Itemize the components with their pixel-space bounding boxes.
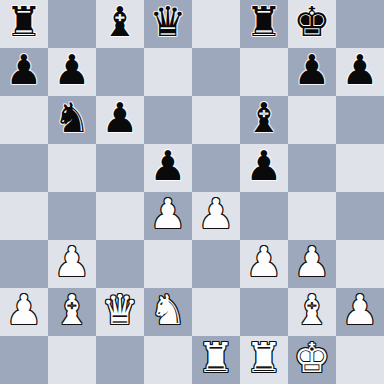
square-b3[interactable]: ♟ — [48, 240, 96, 288]
white-king[interactable]: ♚ — [294, 336, 331, 382]
square-a8[interactable]: ♜ — [0, 0, 48, 48]
square-b4[interactable] — [48, 192, 96, 240]
square-b2[interactable]: ♝ — [48, 288, 96, 336]
square-d2[interactable]: ♞ — [144, 288, 192, 336]
square-d8[interactable]: ♛ — [144, 0, 192, 48]
square-c1[interactable] — [96, 336, 144, 384]
black-pawn[interactable]: ♟ — [54, 48, 91, 94]
white-queen[interactable]: ♛ — [102, 288, 139, 334]
square-f6[interactable]: ♝ — [240, 96, 288, 144]
white-bishop[interactable]: ♝ — [294, 288, 331, 334]
white-bishop[interactable]: ♝ — [54, 288, 91, 334]
square-e7[interactable] — [192, 48, 240, 96]
square-h5[interactable] — [336, 144, 384, 192]
chess-board: ♜♝♛♜♚♟♟♟♟♞♟♝♟♟♟♟♟♟♟♟♝♛♞♝♟♜♜♚ — [0, 0, 384, 384]
square-g2[interactable]: ♝ — [288, 288, 336, 336]
square-f8[interactable]: ♜ — [240, 0, 288, 48]
black-rook[interactable]: ♜ — [246, 0, 283, 46]
square-d5[interactable]: ♟ — [144, 144, 192, 192]
black-pawn[interactable]: ♟ — [150, 144, 187, 190]
white-pawn[interactable]: ♟ — [342, 288, 379, 334]
square-d3[interactable] — [144, 240, 192, 288]
square-e8[interactable] — [192, 0, 240, 48]
square-b8[interactable] — [48, 0, 96, 48]
square-a6[interactable] — [0, 96, 48, 144]
black-king[interactable]: ♚ — [294, 0, 331, 46]
white-knight[interactable]: ♞ — [150, 288, 187, 334]
square-d7[interactable] — [144, 48, 192, 96]
square-d6[interactable] — [144, 96, 192, 144]
square-c7[interactable] — [96, 48, 144, 96]
square-g3[interactable]: ♟ — [288, 240, 336, 288]
square-g6[interactable] — [288, 96, 336, 144]
square-f2[interactable] — [240, 288, 288, 336]
square-a7[interactable]: ♟ — [0, 48, 48, 96]
square-e6[interactable] — [192, 96, 240, 144]
square-f4[interactable] — [240, 192, 288, 240]
square-b5[interactable] — [48, 144, 96, 192]
square-e3[interactable] — [192, 240, 240, 288]
square-e2[interactable] — [192, 288, 240, 336]
square-h4[interactable] — [336, 192, 384, 240]
white-rook[interactable]: ♜ — [246, 336, 283, 382]
white-pawn[interactable]: ♟ — [294, 240, 331, 286]
square-b1[interactable] — [48, 336, 96, 384]
square-d1[interactable] — [144, 336, 192, 384]
white-pawn[interactable]: ♟ — [246, 240, 283, 286]
white-rook[interactable]: ♜ — [198, 336, 235, 382]
square-a1[interactable] — [0, 336, 48, 384]
square-c6[interactable]: ♟ — [96, 96, 144, 144]
black-pawn[interactable]: ♟ — [6, 48, 43, 94]
square-e4[interactable]: ♟ — [192, 192, 240, 240]
white-pawn[interactable]: ♟ — [150, 192, 187, 238]
square-c8[interactable]: ♝ — [96, 0, 144, 48]
square-f7[interactable] — [240, 48, 288, 96]
square-c4[interactable] — [96, 192, 144, 240]
square-g8[interactable]: ♚ — [288, 0, 336, 48]
square-a5[interactable] — [0, 144, 48, 192]
black-knight[interactable]: ♞ — [54, 96, 91, 142]
black-pawn[interactable]: ♟ — [102, 96, 139, 142]
square-h2[interactable]: ♟ — [336, 288, 384, 336]
black-bishop[interactable]: ♝ — [102, 0, 139, 46]
black-queen[interactable]: ♛ — [150, 0, 187, 46]
square-h8[interactable] — [336, 0, 384, 48]
square-c5[interactable] — [96, 144, 144, 192]
black-pawn[interactable]: ♟ — [342, 48, 379, 94]
black-rook[interactable]: ♜ — [6, 0, 43, 46]
square-c2[interactable]: ♛ — [96, 288, 144, 336]
square-g1[interactable]: ♚ — [288, 336, 336, 384]
square-b7[interactable]: ♟ — [48, 48, 96, 96]
black-pawn[interactable]: ♟ — [294, 48, 331, 94]
square-e1[interactable]: ♜ — [192, 336, 240, 384]
square-h1[interactable] — [336, 336, 384, 384]
square-b6[interactable]: ♞ — [48, 96, 96, 144]
square-g4[interactable] — [288, 192, 336, 240]
square-f5[interactable]: ♟ — [240, 144, 288, 192]
square-f1[interactable]: ♜ — [240, 336, 288, 384]
square-a4[interactable] — [0, 192, 48, 240]
square-f3[interactable]: ♟ — [240, 240, 288, 288]
square-c3[interactable] — [96, 240, 144, 288]
square-h6[interactable] — [336, 96, 384, 144]
square-a3[interactable] — [0, 240, 48, 288]
square-h3[interactable] — [336, 240, 384, 288]
square-a2[interactable]: ♟ — [0, 288, 48, 336]
square-g7[interactable]: ♟ — [288, 48, 336, 96]
square-h7[interactable]: ♟ — [336, 48, 384, 96]
square-e5[interactable] — [192, 144, 240, 192]
square-d4[interactable]: ♟ — [144, 192, 192, 240]
black-pawn[interactable]: ♟ — [246, 144, 283, 190]
white-pawn[interactable]: ♟ — [6, 288, 43, 334]
white-pawn[interactable]: ♟ — [198, 192, 235, 238]
black-bishop[interactable]: ♝ — [246, 96, 283, 142]
white-pawn[interactable]: ♟ — [54, 240, 91, 286]
square-g5[interactable] — [288, 144, 336, 192]
